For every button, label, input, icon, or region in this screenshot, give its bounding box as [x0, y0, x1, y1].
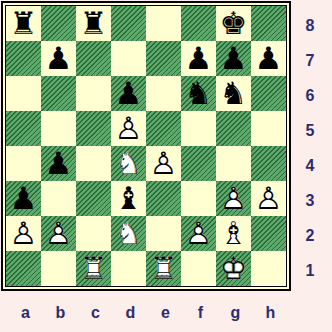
white-pawn-piece: ♟♙ — [41, 216, 76, 251]
rank-label-7: 7 — [297, 43, 323, 78]
square-b8[interactable] — [41, 6, 76, 41]
chess-board: ♜♜♚♟♟♟♟♟♞♞♟♙♟♞♘♟♙♟♝♟♙♟♙♟♙♟♙♞♘♟♙♝♗♜♖♜♖♚♔ — [5, 5, 287, 287]
black-piece-body: ♜ — [6, 6, 41, 41]
square-c6[interactable] — [76, 76, 111, 111]
square-c8[interactable]: ♜ — [76, 6, 111, 41]
white-piece-outline: ♙ — [146, 146, 181, 181]
black-piece-body: ♟ — [181, 41, 216, 76]
square-h3[interactable]: ♟♙ — [251, 181, 286, 216]
rank-label-8: 8 — [297, 8, 323, 43]
square-a3[interactable]: ♟ — [6, 181, 41, 216]
file-label-d: d — [113, 298, 148, 328]
square-a2[interactable]: ♟♙ — [6, 216, 41, 251]
square-b2[interactable]: ♟♙ — [41, 216, 76, 251]
square-e1[interactable]: ♜♖ — [146, 251, 181, 286]
square-e6[interactable] — [146, 76, 181, 111]
square-f8[interactable] — [181, 6, 216, 41]
white-pawn-piece: ♟♙ — [111, 111, 146, 146]
square-b4[interactable]: ♟ — [41, 146, 76, 181]
black-knight-piece: ♞ — [216, 76, 251, 111]
black-pawn-piece: ♟ — [41, 41, 76, 76]
square-c2[interactable] — [76, 216, 111, 251]
black-pawn-piece: ♟ — [216, 41, 251, 76]
square-h2[interactable] — [251, 216, 286, 251]
black-pawn-piece: ♟ — [181, 41, 216, 76]
square-d4[interactable]: ♞♘ — [111, 146, 146, 181]
black-knight-piece: ♞ — [181, 76, 216, 111]
black-piece-body: ♟ — [6, 181, 41, 216]
black-rook-piece: ♜ — [76, 6, 111, 41]
white-piece-outline: ♖ — [76, 251, 111, 286]
square-d1[interactable] — [111, 251, 146, 286]
rank-label-2: 2 — [297, 218, 323, 253]
square-e8[interactable] — [146, 6, 181, 41]
black-piece-body: ♟ — [111, 76, 146, 111]
square-a1[interactable] — [6, 251, 41, 286]
white-piece-outline: ♙ — [181, 216, 216, 251]
black-piece-body: ♚ — [216, 6, 251, 41]
square-f7[interactable]: ♟ — [181, 41, 216, 76]
square-c7[interactable] — [76, 41, 111, 76]
square-g3[interactable]: ♟♙ — [216, 181, 251, 216]
rank-label-6: 6 — [297, 78, 323, 113]
square-c3[interactable] — [76, 181, 111, 216]
white-piece-outline: ♙ — [251, 181, 286, 216]
white-piece-outline: ♙ — [216, 181, 251, 216]
square-h4[interactable] — [251, 146, 286, 181]
square-h7[interactable]: ♟ — [251, 41, 286, 76]
file-label-a: a — [8, 298, 43, 328]
square-a8[interactable]: ♜ — [6, 6, 41, 41]
file-label-b: b — [43, 298, 78, 328]
square-d6[interactable]: ♟ — [111, 76, 146, 111]
square-b1[interactable] — [41, 251, 76, 286]
square-f4[interactable] — [181, 146, 216, 181]
square-b6[interactable] — [41, 76, 76, 111]
black-piece-body: ♟ — [216, 41, 251, 76]
file-label-f: f — [183, 298, 218, 328]
square-e4[interactable]: ♟♙ — [146, 146, 181, 181]
white-piece-outline: ♘ — [111, 146, 146, 181]
square-g5[interactable] — [216, 111, 251, 146]
square-g8[interactable]: ♚ — [216, 6, 251, 41]
black-piece-body: ♟ — [41, 41, 76, 76]
white-piece-outline: ♙ — [41, 216, 76, 251]
white-pawn-piece: ♟♙ — [216, 181, 251, 216]
square-f6[interactable]: ♞ — [181, 76, 216, 111]
white-pawn-piece: ♟♙ — [6, 216, 41, 251]
file-label-g: g — [218, 298, 253, 328]
chess-diagram: ♜♜♚♟♟♟♟♟♞♞♟♙♟♞♘♟♙♟♝♟♙♟♙♟♙♟♙♞♘♟♙♝♗♜♖♜♖♚♔ … — [0, 0, 332, 332]
white-pawn-piece: ♟♙ — [251, 181, 286, 216]
rank-label-5: 5 — [297, 113, 323, 148]
board-frame: ♜♜♚♟♟♟♟♟♞♞♟♙♟♞♘♟♙♟♝♟♙♟♙♟♙♟♙♞♘♟♙♝♗♜♖♜♖♚♔ — [1, 1, 291, 291]
square-f3[interactable] — [181, 181, 216, 216]
square-f1[interactable] — [181, 251, 216, 286]
white-rook-piece: ♜♖ — [146, 251, 181, 286]
white-bishop-piece: ♝♗ — [216, 216, 251, 251]
white-king-piece: ♚♔ — [216, 251, 251, 286]
square-e2[interactable] — [146, 216, 181, 251]
black-pawn-piece: ♟ — [41, 146, 76, 181]
white-piece-outline: ♔ — [216, 251, 251, 286]
black-pawn-piece: ♟ — [251, 41, 286, 76]
square-c1[interactable]: ♜♖ — [76, 251, 111, 286]
square-f2[interactable]: ♟♙ — [181, 216, 216, 251]
square-d5[interactable]: ♟♙ — [111, 111, 146, 146]
rank-label-1: 1 — [297, 253, 323, 288]
black-rook-piece: ♜ — [6, 6, 41, 41]
file-labels: abcdefgh — [8, 298, 288, 328]
square-d8[interactable] — [111, 6, 146, 41]
square-h8[interactable] — [251, 6, 286, 41]
square-h5[interactable] — [251, 111, 286, 146]
square-a6[interactable] — [6, 76, 41, 111]
black-pawn-piece: ♟ — [111, 76, 146, 111]
square-b3[interactable] — [41, 181, 76, 216]
white-knight-piece: ♞♘ — [111, 216, 146, 251]
white-pawn-piece: ♟♙ — [181, 216, 216, 251]
square-h6[interactable] — [251, 76, 286, 111]
square-e7[interactable] — [146, 41, 181, 76]
rank-labels: 87654321 — [297, 8, 323, 288]
square-d2[interactable]: ♞♘ — [111, 216, 146, 251]
file-label-h: h — [253, 298, 288, 328]
black-pawn-piece: ♟ — [6, 181, 41, 216]
black-piece-body: ♜ — [76, 6, 111, 41]
square-h1[interactable] — [251, 251, 286, 286]
square-c4[interactable] — [76, 146, 111, 181]
square-c5[interactable] — [76, 111, 111, 146]
square-f5[interactable] — [181, 111, 216, 146]
black-bishop-piece: ♝ — [111, 181, 146, 216]
white-piece-outline: ♙ — [6, 216, 41, 251]
square-g6[interactable]: ♞ — [216, 76, 251, 111]
square-d3[interactable]: ♝ — [111, 181, 146, 216]
square-g7[interactable]: ♟ — [216, 41, 251, 76]
square-d7[interactable] — [111, 41, 146, 76]
square-g4[interactable] — [216, 146, 251, 181]
square-b7[interactable]: ♟ — [41, 41, 76, 76]
square-a5[interactable] — [6, 111, 41, 146]
white-pawn-piece: ♟♙ — [146, 146, 181, 181]
square-a7[interactable] — [6, 41, 41, 76]
white-piece-outline: ♙ — [111, 111, 146, 146]
rank-label-3: 3 — [297, 183, 323, 218]
square-a4[interactable] — [6, 146, 41, 181]
square-e5[interactable] — [146, 111, 181, 146]
file-label-e: e — [148, 298, 183, 328]
black-piece-body: ♞ — [216, 76, 251, 111]
white-piece-outline: ♖ — [146, 251, 181, 286]
file-label-c: c — [78, 298, 113, 328]
white-knight-piece: ♞♘ — [111, 146, 146, 181]
black-piece-body: ♝ — [111, 181, 146, 216]
black-piece-body: ♞ — [181, 76, 216, 111]
white-piece-outline: ♗ — [216, 216, 251, 251]
square-e3[interactable] — [146, 181, 181, 216]
square-g1[interactable]: ♚♔ — [216, 251, 251, 286]
white-rook-piece: ♜♖ — [76, 251, 111, 286]
square-b5[interactable] — [41, 111, 76, 146]
black-piece-body: ♟ — [41, 146, 76, 181]
black-piece-body: ♟ — [251, 41, 286, 76]
rank-label-4: 4 — [297, 148, 323, 183]
square-g2[interactable]: ♝♗ — [216, 216, 251, 251]
white-piece-outline: ♘ — [111, 216, 146, 251]
black-king-piece: ♚ — [216, 6, 251, 41]
